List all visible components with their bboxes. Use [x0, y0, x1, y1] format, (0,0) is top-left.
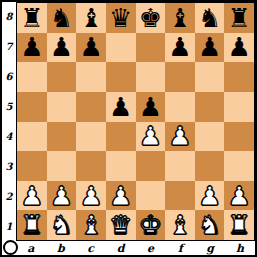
square-d8[interactable]: ♛ — [106, 3, 136, 33]
square-f5[interactable] — [165, 92, 195, 122]
square-d4[interactable] — [106, 122, 136, 152]
file-labels: abcdefgh — [16, 242, 255, 255]
square-h2[interactable]: ♟ — [224, 181, 254, 211]
file-label-f: f — [165, 242, 195, 255]
square-e2[interactable] — [136, 181, 166, 211]
file-label-e: e — [136, 242, 166, 255]
square-b8[interactable]: ♞ — [47, 3, 77, 33]
square-d2[interactable]: ♟ — [106, 181, 136, 211]
file-label-c: c — [76, 242, 106, 255]
square-g7[interactable]: ♟ — [195, 33, 225, 63]
white-knight-b1[interactable]: ♞ — [50, 212, 73, 238]
white-pawn-e4[interactable]: ♟ — [139, 123, 162, 149]
square-c2[interactable]: ♟ — [76, 181, 106, 211]
black-bishop-f8[interactable]: ♝ — [168, 5, 191, 31]
black-knight-b8[interactable]: ♞ — [50, 5, 73, 31]
square-h6[interactable] — [224, 62, 254, 92]
square-f4[interactable]: ♟ — [165, 122, 195, 152]
square-e8[interactable]: ♚ — [136, 3, 166, 33]
rank-label-1: 1 — [2, 211, 16, 241]
square-g6[interactable] — [195, 62, 225, 92]
white-king-e1[interactable]: ♚ — [139, 212, 162, 238]
black-pawn-c7[interactable]: ♟ — [79, 34, 102, 60]
white-knight-g1[interactable]: ♞ — [198, 212, 221, 238]
black-knight-g8[interactable]: ♞ — [198, 5, 221, 31]
square-e1[interactable]: ♚ — [136, 210, 166, 240]
square-a3[interactable] — [17, 151, 47, 181]
white-rook-h1[interactable]: ♜ — [228, 212, 251, 238]
white-queen-d1[interactable]: ♛ — [109, 212, 132, 238]
square-g2[interactable]: ♟ — [195, 181, 225, 211]
black-bishop-c8[interactable]: ♝ — [79, 5, 102, 31]
white-pawn-a2[interactable]: ♟ — [20, 183, 43, 209]
square-b4[interactable] — [47, 122, 77, 152]
square-f7[interactable]: ♟ — [165, 33, 195, 63]
white-pawn-b2[interactable]: ♟ — [50, 183, 73, 209]
white-bishop-f1[interactable]: ♝ — [168, 212, 191, 238]
rank-label-4: 4 — [2, 122, 16, 152]
square-c7[interactable]: ♟ — [76, 33, 106, 63]
rank-label-7: 7 — [2, 32, 16, 62]
square-c8[interactable]: ♝ — [76, 3, 106, 33]
square-b6[interactable] — [47, 62, 77, 92]
square-b7[interactable]: ♟ — [47, 33, 77, 63]
rank-label-6: 6 — [2, 62, 16, 92]
square-f2[interactable] — [165, 181, 195, 211]
square-a5[interactable] — [17, 92, 47, 122]
square-d6[interactable] — [106, 62, 136, 92]
side-to-move-indicator — [3, 240, 18, 255]
file-label-a: a — [16, 242, 46, 255]
square-f3[interactable] — [165, 151, 195, 181]
square-c6[interactable] — [76, 62, 106, 92]
square-a4[interactable] — [17, 122, 47, 152]
rank-label-5: 5 — [2, 92, 16, 122]
chess-board[interactable]: ♜♞♝♛♚♝♞♜♟♟♟♟♟♟♟♟♟♟♟♟♟♟♟♟♜♞♝♛♚♝♞♜ — [16, 2, 255, 241]
square-a6[interactable] — [17, 62, 47, 92]
square-g8[interactable]: ♞ — [195, 3, 225, 33]
rank-label-2: 2 — [2, 181, 16, 211]
square-f6[interactable] — [165, 62, 195, 92]
file-label-b: b — [46, 242, 76, 255]
black-rook-a8[interactable]: ♜ — [20, 5, 43, 31]
square-b3[interactable] — [47, 151, 77, 181]
square-c1[interactable]: ♝ — [76, 210, 106, 240]
square-a2[interactable]: ♟ — [17, 181, 47, 211]
white-pawn-g2[interactable]: ♟ — [198, 183, 221, 209]
square-h8[interactable]: ♜ — [224, 3, 254, 33]
square-c3[interactable] — [76, 151, 106, 181]
square-e3[interactable] — [136, 151, 166, 181]
square-d7[interactable] — [106, 33, 136, 63]
square-c5[interactable] — [76, 92, 106, 122]
square-f8[interactable]: ♝ — [165, 3, 195, 33]
white-rook-a1[interactable]: ♜ — [20, 212, 43, 238]
square-g5[interactable] — [195, 92, 225, 122]
square-b2[interactable]: ♟ — [47, 181, 77, 211]
black-pawn-h7[interactable]: ♟ — [228, 34, 251, 60]
square-b5[interactable] — [47, 92, 77, 122]
square-b1[interactable]: ♞ — [47, 210, 77, 240]
square-h5[interactable] — [224, 92, 254, 122]
white-pawn-d2[interactable]: ♟ — [109, 183, 132, 209]
square-g4[interactable] — [195, 122, 225, 152]
square-f1[interactable]: ♝ — [165, 210, 195, 240]
square-h7[interactable]: ♟ — [224, 33, 254, 63]
black-pawn-d5[interactable]: ♟ — [109, 94, 132, 120]
black-pawn-g7[interactable]: ♟ — [198, 34, 221, 60]
square-d1[interactable]: ♛ — [106, 210, 136, 240]
square-c4[interactable] — [76, 122, 106, 152]
square-e6[interactable] — [136, 62, 166, 92]
black-rook-h8[interactable]: ♜ — [228, 5, 251, 31]
square-h1[interactable]: ♜ — [224, 210, 254, 240]
square-e4[interactable]: ♟ — [136, 122, 166, 152]
file-label-h: h — [225, 242, 255, 255]
black-king-e8[interactable]: ♚ — [139, 5, 162, 31]
black-pawn-b7[interactable]: ♟ — [50, 34, 73, 60]
file-label-d: d — [106, 242, 136, 255]
square-e7[interactable] — [136, 33, 166, 63]
white-bishop-c1[interactable]: ♝ — [79, 212, 102, 238]
chess-diagram: 87654321 ♜♞♝♛♚♝♞♜♟♟♟♟♟♟♟♟♟♟♟♟♟♟♟♟♜♞♝♛♚♝♞… — [0, 0, 257, 257]
square-a1[interactable]: ♜ — [17, 210, 47, 240]
square-a7[interactable]: ♟ — [17, 33, 47, 63]
square-g3[interactable] — [195, 151, 225, 181]
white-pawn-h2[interactable]: ♟ — [228, 183, 251, 209]
white-pawn-f4[interactable]: ♟ — [168, 123, 191, 149]
square-h3[interactable] — [224, 151, 254, 181]
rank-label-3: 3 — [2, 151, 16, 181]
square-d3[interactable] — [106, 151, 136, 181]
square-e5[interactable]: ♟ — [136, 92, 166, 122]
black-pawn-f7[interactable]: ♟ — [168, 34, 191, 60]
rank-label-8: 8 — [2, 2, 16, 32]
black-pawn-a7[interactable]: ♟ — [20, 34, 43, 60]
square-h4[interactable] — [224, 122, 254, 152]
black-queen-d8[interactable]: ♛ — [109, 5, 132, 31]
white-pawn-c2[interactable]: ♟ — [79, 183, 102, 209]
rank-labels: 87654321 — [2, 2, 16, 241]
square-a8[interactable]: ♜ — [17, 3, 47, 33]
square-g1[interactable]: ♞ — [195, 210, 225, 240]
file-label-g: g — [195, 242, 225, 255]
black-pawn-e5[interactable]: ♟ — [139, 94, 162, 120]
square-d5[interactable]: ♟ — [106, 92, 136, 122]
